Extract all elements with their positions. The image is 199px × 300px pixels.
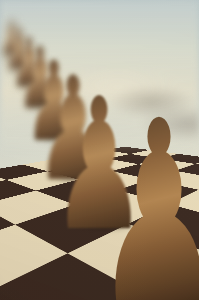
pawn-c7: ♟ [0, 29, 60, 98]
pawn-shadow [33, 135, 83, 143]
pawn-glyph: ♟ [18, 36, 62, 122]
pawn-glyph: ♟ [0, 15, 25, 65]
pawn-glyph: ♟ [36, 58, 111, 202]
pawn-h7: ♟ [46, 88, 199, 300]
pawn-glyph: ♟ [25, 47, 82, 157]
pawn-e7: ♟ [5, 47, 104, 157]
pawn-g7: ♟ [17, 74, 180, 256]
pawn-shadow [8, 68, 34, 72]
pawn-shadow [24, 104, 62, 110]
pawn-glyph: ♟ [11, 29, 47, 98]
pawn-d7: ♟ [2, 36, 79, 122]
pawn-a7: ♟ [0, 15, 34, 65]
pawn-b7: ♟ [0, 22, 45, 80]
pawn-glyph: ♟ [52, 74, 147, 256]
pawn-glyph: ♟ [4, 22, 34, 80]
pawn-shadow [65, 219, 147, 232]
pawn-shadow [3, 54, 25, 58]
pieces-layer: ♟♟♟♟♟♟♟♟ [0, 0, 199, 300]
pawn-glyph: ♟ [94, 88, 199, 300]
chess-pawns-photo: ♟♟♟♟♟♟♟♟ [0, 0, 199, 300]
pawn-shadow [112, 288, 199, 300]
pawn-shadow [46, 173, 110, 183]
pawn-f7: ♟ [9, 58, 138, 202]
pawn-shadow [16, 84, 47, 89]
